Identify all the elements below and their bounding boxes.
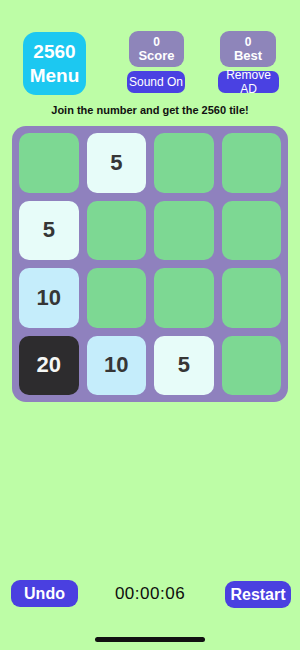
sound-toggle-button[interactable]: Sound On bbox=[127, 71, 185, 93]
empty-cell bbox=[154, 201, 214, 261]
empty-cell bbox=[222, 268, 282, 328]
tile-5: 5 bbox=[87, 133, 147, 193]
empty-cell bbox=[154, 268, 214, 328]
tile-10: 10 bbox=[87, 336, 147, 396]
score-box: 0 Score bbox=[129, 31, 184, 67]
best-box: 0 Best bbox=[220, 31, 276, 67]
app-screen: 2560 Menu 0 Score 0 Best Sound On Remove… bbox=[0, 0, 300, 650]
tile-20: 20 bbox=[19, 336, 79, 396]
best-label: Best bbox=[234, 49, 262, 63]
empty-cell bbox=[222, 336, 282, 396]
empty-cell bbox=[222, 133, 282, 193]
menu-button-title: 2560 bbox=[33, 40, 75, 64]
remove-ad-button[interactable]: Remove AD bbox=[218, 71, 279, 93]
empty-cell bbox=[87, 268, 147, 328]
game-board[interactable]: 551020105 bbox=[12, 126, 288, 402]
home-indicator-bar[interactable] bbox=[95, 637, 205, 642]
empty-cell bbox=[222, 201, 282, 261]
menu-button-label: Menu bbox=[30, 64, 80, 88]
menu-button[interactable]: 2560 Menu bbox=[23, 32, 86, 95]
tile-5: 5 bbox=[19, 201, 79, 261]
empty-cell bbox=[154, 133, 214, 193]
restart-button[interactable]: Restart bbox=[225, 581, 291, 608]
tile-5: 5 bbox=[154, 336, 214, 396]
score-value: 0 bbox=[153, 35, 160, 49]
score-label: Score bbox=[138, 49, 174, 63]
empty-cell bbox=[19, 133, 79, 193]
empty-cell bbox=[87, 201, 147, 261]
best-value: 0 bbox=[245, 35, 252, 49]
game-instruction: Join the number and get the 2560 tile! bbox=[0, 104, 300, 116]
tile-10: 10 bbox=[19, 268, 79, 328]
